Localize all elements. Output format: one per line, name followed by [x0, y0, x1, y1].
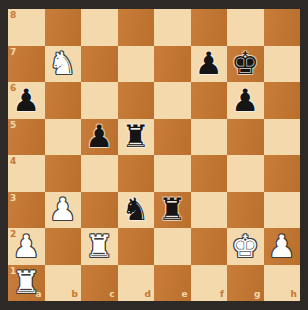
- square-b6[interactable]: [45, 82, 82, 119]
- square-f7[interactable]: ♟: [191, 46, 228, 83]
- square-f2[interactable]: [191, 228, 228, 265]
- square-a4[interactable]: 4: [8, 155, 45, 192]
- square-a5[interactable]: 5: [8, 119, 45, 156]
- square-e8[interactable]: [154, 9, 191, 46]
- square-d2[interactable]: [118, 228, 155, 265]
- square-e5[interactable]: [154, 119, 191, 156]
- square-e6[interactable]: [154, 82, 191, 119]
- square-g8[interactable]: [227, 9, 264, 46]
- piece-black-pawn[interactable]: ♟: [81, 119, 118, 156]
- square-h6[interactable]: [264, 82, 301, 119]
- square-a8[interactable]: 8: [8, 9, 45, 46]
- chess-board: 87♞♟♚6♟♟5♟♜43♟♞♜2♟♜♚♟1a♜bcdefgh: [8, 9, 300, 301]
- square-b5[interactable]: [45, 119, 82, 156]
- square-c2[interactable]: ♜: [81, 228, 118, 265]
- coordinate-label-rank-3: 3: [10, 194, 16, 203]
- square-c1[interactable]: c: [81, 265, 118, 302]
- coordinate-label-rank-4: 4: [10, 157, 16, 166]
- square-a6[interactable]: 6♟: [8, 82, 45, 119]
- square-a3[interactable]: 3: [8, 192, 45, 229]
- square-f3[interactable]: [191, 192, 228, 229]
- coordinate-label-rank-7: 7: [10, 48, 16, 57]
- piece-black-rook[interactable]: ♜: [154, 192, 191, 229]
- piece-black-rook[interactable]: ♜: [118, 119, 155, 156]
- app-frame: 87♞♟♚6♟♟5♟♜43♟♞♜2♟♜♚♟1a♜bcdefgh: [0, 0, 308, 310]
- piece-white-rook[interactable]: ♜: [8, 265, 45, 302]
- square-d6[interactable]: [118, 82, 155, 119]
- piece-black-knight[interactable]: ♞: [118, 192, 155, 229]
- square-a1[interactable]: 1a♜: [8, 265, 45, 302]
- square-a7[interactable]: 7: [8, 46, 45, 83]
- coordinate-label-file-b: b: [72, 290, 78, 299]
- square-d3[interactable]: ♞: [118, 192, 155, 229]
- square-a2[interactable]: 2♟: [8, 228, 45, 265]
- square-h8[interactable]: [264, 9, 301, 46]
- square-g3[interactable]: [227, 192, 264, 229]
- square-d8[interactable]: [118, 9, 155, 46]
- square-g5[interactable]: [227, 119, 264, 156]
- square-c8[interactable]: [81, 9, 118, 46]
- piece-white-pawn[interactable]: ♟: [264, 228, 301, 265]
- square-e4[interactable]: [154, 155, 191, 192]
- square-b3[interactable]: ♟: [45, 192, 82, 229]
- square-e2[interactable]: [154, 228, 191, 265]
- square-d4[interactable]: [118, 155, 155, 192]
- square-e3[interactable]: ♜: [154, 192, 191, 229]
- coordinate-label-file-c: c: [109, 290, 114, 299]
- square-g2[interactable]: ♚: [227, 228, 264, 265]
- square-f8[interactable]: [191, 9, 228, 46]
- piece-white-king[interactable]: ♚: [227, 228, 264, 265]
- square-g4[interactable]: [227, 155, 264, 192]
- square-h5[interactable]: [264, 119, 301, 156]
- piece-black-king[interactable]: ♚: [227, 46, 264, 83]
- square-b8[interactable]: [45, 9, 82, 46]
- square-f5[interactable]: [191, 119, 228, 156]
- piece-black-pawn[interactable]: ♟: [191, 46, 228, 83]
- square-f1[interactable]: f: [191, 265, 228, 302]
- square-h2[interactable]: ♟: [264, 228, 301, 265]
- coordinate-label-file-g: g: [254, 290, 260, 299]
- square-c5[interactable]: ♟: [81, 119, 118, 156]
- square-c6[interactable]: [81, 82, 118, 119]
- square-h4[interactable]: [264, 155, 301, 192]
- square-d7[interactable]: [118, 46, 155, 83]
- square-g1[interactable]: g: [227, 265, 264, 302]
- piece-white-rook[interactable]: ♜: [81, 228, 118, 265]
- square-e7[interactable]: [154, 46, 191, 83]
- coordinate-label-file-f: f: [220, 290, 224, 299]
- coordinate-label-file-d: d: [145, 290, 151, 299]
- square-c3[interactable]: [81, 192, 118, 229]
- coordinate-label-rank-8: 8: [10, 11, 16, 20]
- piece-white-knight[interactable]: ♞: [45, 46, 82, 83]
- square-h7[interactable]: [264, 46, 301, 83]
- piece-black-pawn[interactable]: ♟: [227, 82, 264, 119]
- square-b1[interactable]: b: [45, 265, 82, 302]
- square-f6[interactable]: [191, 82, 228, 119]
- coordinate-label-file-h: h: [291, 290, 297, 299]
- square-g7[interactable]: ♚: [227, 46, 264, 83]
- square-d1[interactable]: d: [118, 265, 155, 302]
- square-h3[interactable]: [264, 192, 301, 229]
- square-c4[interactable]: [81, 155, 118, 192]
- square-g6[interactable]: ♟: [227, 82, 264, 119]
- piece-black-pawn[interactable]: ♟: [8, 82, 45, 119]
- square-c7[interactable]: [81, 46, 118, 83]
- square-b2[interactable]: [45, 228, 82, 265]
- coordinate-label-file-e: e: [181, 290, 187, 299]
- square-f4[interactable]: [191, 155, 228, 192]
- square-h1[interactable]: h: [264, 265, 301, 302]
- piece-white-pawn[interactable]: ♟: [8, 228, 45, 265]
- piece-white-pawn[interactable]: ♟: [45, 192, 82, 229]
- square-b7[interactable]: ♞: [45, 46, 82, 83]
- coordinate-label-rank-5: 5: [10, 121, 16, 130]
- square-b4[interactable]: [45, 155, 82, 192]
- square-e1[interactable]: e: [154, 265, 191, 302]
- square-d5[interactable]: ♜: [118, 119, 155, 156]
